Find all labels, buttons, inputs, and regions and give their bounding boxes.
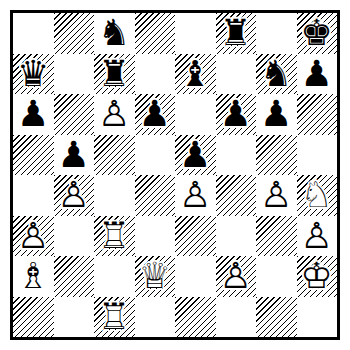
piece-black-knight-g7: ♞ — [256, 54, 297, 95]
square-g3[interactable] — [256, 216, 297, 257]
square-a6[interactable]: ♟♟ — [13, 94, 54, 135]
square-d1[interactable] — [135, 297, 176, 338]
square-f2[interactable]: ♟♙ — [216, 256, 257, 297]
square-e2[interactable] — [175, 256, 216, 297]
square-h1[interactable] — [297, 297, 338, 338]
piece-black-pawn-h7: ♟ — [297, 54, 338, 95]
square-a2[interactable]: ♝♗ — [13, 256, 54, 297]
square-b6[interactable] — [54, 94, 95, 135]
piece-white-pawn-g4: ♙ — [256, 175, 297, 216]
chess-board: ♞♞♜♜♚♚♛♛♜♜♝♝♞♞♟♟♟♟♟♙♟♟♟♟♟♟♟♟♟♟♟♙♟♙♟♙♞♘♟♙… — [10, 10, 340, 340]
piece-black-queen-a7: ♛ — [13, 54, 54, 95]
square-h3[interactable]: ♟♙ — [297, 216, 338, 257]
piece-white-pawn-b4: ♙ — [54, 175, 95, 216]
piece-black-rook-f8: ♜ — [216, 13, 257, 54]
square-b1[interactable] — [54, 297, 95, 338]
square-c2[interactable] — [94, 256, 135, 297]
square-f7[interactable] — [216, 54, 257, 95]
square-f6[interactable]: ♟♟ — [216, 94, 257, 135]
piece-black-pawn-g6: ♟ — [256, 94, 297, 135]
piece-black-pawn-f6: ♟ — [216, 94, 257, 135]
square-d7[interactable] — [135, 54, 176, 95]
piece-white-rook-c3: ♖ — [94, 216, 135, 257]
square-d2[interactable]: ♛♕ — [135, 256, 176, 297]
square-h6[interactable] — [297, 94, 338, 135]
piece-white-pawn-f2: ♙ — [216, 256, 257, 297]
square-b8[interactable] — [54, 13, 95, 54]
piece-black-bishop-e7: ♝ — [175, 54, 216, 95]
square-e4[interactable]: ♟♙ — [175, 175, 216, 216]
square-g1[interactable] — [256, 297, 297, 338]
square-f3[interactable] — [216, 216, 257, 257]
square-c8[interactable]: ♞♞ — [94, 13, 135, 54]
square-h8[interactable]: ♚♚ — [297, 13, 338, 54]
square-b3[interactable] — [54, 216, 95, 257]
square-e3[interactable] — [175, 216, 216, 257]
square-d8[interactable] — [135, 13, 176, 54]
square-b4[interactable]: ♟♙ — [54, 175, 95, 216]
square-c7[interactable]: ♜♜ — [94, 54, 135, 95]
square-h2[interactable]: ♚♔ — [297, 256, 338, 297]
square-d6[interactable]: ♟♟ — [135, 94, 176, 135]
square-a4[interactable] — [13, 175, 54, 216]
piece-white-pawn-a3: ♙ — [13, 216, 54, 257]
square-f5[interactable] — [216, 135, 257, 176]
square-g8[interactable] — [256, 13, 297, 54]
square-b2[interactable] — [54, 256, 95, 297]
square-h5[interactable] — [297, 135, 338, 176]
piece-white-rook-c1: ♖ — [94, 297, 135, 338]
square-e1[interactable] — [175, 297, 216, 338]
square-f8[interactable]: ♜♜ — [216, 13, 257, 54]
square-a7[interactable]: ♛♛ — [13, 54, 54, 95]
square-g7[interactable]: ♞♞ — [256, 54, 297, 95]
square-e5[interactable]: ♟♟ — [175, 135, 216, 176]
piece-white-queen-d2: ♕ — [135, 256, 176, 297]
square-c5[interactable] — [94, 135, 135, 176]
square-b7[interactable] — [54, 54, 95, 95]
square-g2[interactable] — [256, 256, 297, 297]
square-g4[interactable]: ♟♙ — [256, 175, 297, 216]
square-e7[interactable]: ♝♝ — [175, 54, 216, 95]
square-d3[interactable] — [135, 216, 176, 257]
piece-black-pawn-b5: ♟ — [54, 135, 95, 176]
square-h4[interactable]: ♞♘ — [297, 175, 338, 216]
square-a8[interactable] — [13, 13, 54, 54]
piece-white-pawn-c6: ♙ — [94, 94, 135, 135]
piece-white-knight-h4: ♘ — [297, 175, 338, 216]
square-b5[interactable]: ♟♟ — [54, 135, 95, 176]
square-d5[interactable] — [135, 135, 176, 176]
square-d4[interactable] — [135, 175, 176, 216]
piece-white-king-h2: ♔ — [297, 256, 338, 297]
square-f1[interactable] — [216, 297, 257, 338]
piece-black-knight-c8: ♞ — [94, 13, 135, 54]
square-a5[interactable] — [13, 135, 54, 176]
chess-diagram-page: ♞♞♜♜♚♚♛♛♜♜♝♝♞♞♟♟♟♟♟♙♟♟♟♟♟♟♟♟♟♟♟♙♟♙♟♙♞♘♟♙… — [0, 0, 350, 350]
square-e8[interactable] — [175, 13, 216, 54]
square-a1[interactable] — [13, 297, 54, 338]
square-h7[interactable]: ♟♟ — [297, 54, 338, 95]
square-g6[interactable]: ♟♟ — [256, 94, 297, 135]
piece-black-king-h8: ♚ — [297, 13, 338, 54]
square-c6[interactable]: ♟♙ — [94, 94, 135, 135]
square-e6[interactable] — [175, 94, 216, 135]
piece-white-pawn-h3: ♙ — [297, 216, 338, 257]
square-c1[interactable]: ♜♖ — [94, 297, 135, 338]
piece-white-pawn-e4: ♙ — [175, 175, 216, 216]
piece-black-pawn-e5: ♟ — [175, 135, 216, 176]
piece-black-pawn-a6: ♟ — [13, 94, 54, 135]
square-c3[interactable]: ♜♖ — [94, 216, 135, 257]
square-g5[interactable] — [256, 135, 297, 176]
square-c4[interactable] — [94, 175, 135, 216]
piece-black-rook-c7: ♜ — [94, 54, 135, 95]
piece-white-bishop-a2: ♗ — [13, 256, 54, 297]
square-f4[interactable] — [216, 175, 257, 216]
square-a3[interactable]: ♟♙ — [13, 216, 54, 257]
piece-black-pawn-d6: ♟ — [135, 94, 176, 135]
